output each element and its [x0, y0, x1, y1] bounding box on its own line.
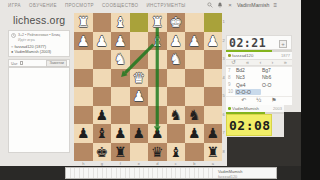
move-black-O-O[interactable]: O-O: [261, 82, 287, 88]
game-status: Идёт игра: [18, 38, 60, 43]
square-e3[interactable]: [130, 50, 149, 69]
piece-wR-d1: ♜: [151, 13, 164, 32]
square-c7[interactable]: [167, 124, 186, 143]
piece-bP-h7: ♟: [77, 124, 90, 143]
square-e4[interactable]: ♛: [130, 69, 149, 88]
square-c1[interactable]: ♚: [167, 13, 186, 32]
square-b6[interactable]: ♞: [185, 106, 204, 125]
square-g6[interactable]: ♟: [93, 106, 112, 125]
move-white-Nc3[interactable]: Nc3: [235, 74, 261, 80]
move-black-Bg7[interactable]: Bg7: [261, 67, 287, 73]
square-b5[interactable]: [185, 87, 204, 106]
piece-bN-c6: ♞: [169, 106, 182, 125]
square-d8[interactable]: ♛: [148, 143, 167, 162]
square-c4[interactable]: [167, 69, 186, 88]
top-player-row: farzzad120 1877: [226, 52, 292, 59]
square-e2[interactable]: [130, 32, 149, 51]
square-f3[interactable]: ♞: [111, 50, 130, 69]
dark-region: [227, 137, 301, 167]
square-h6[interactable]: [74, 106, 93, 125]
piece-wP-c2: ♟: [169, 32, 182, 51]
piece-bP-f7: ♟: [114, 124, 127, 143]
square-g1[interactable]: [93, 13, 112, 32]
square-c2[interactable]: ♟: [167, 32, 186, 51]
header-username[interactable]: VadimMamish: [237, 2, 269, 8]
chat-body[interactable]: [8, 67, 70, 153]
move-list-controls: ↺ « ‹ › »: [226, 59, 292, 66]
move-row-9: 9Qe4O-O: [226, 81, 292, 88]
move-row-8: 8Nc3Nb6: [226, 74, 292, 81]
piece-bK-g8: ♚: [95, 143, 108, 162]
chess-board: ♜♝♜♚♟♟♟♝♟♟♟♞♞♛♟♟♞♞♟♝♟♟♟♟♟♚♜♛♝♜: [74, 13, 222, 161]
move-number: 10: [226, 89, 235, 94]
bottom-player-name[interactable]: VadimMamish: [232, 106, 259, 111]
piece-bB-g7: ♝: [95, 124, 108, 143]
chat-header: Чат Заметки: [8, 59, 70, 67]
piece-bP-a7: ♟: [206, 124, 219, 143]
piece-bP-d7: ♟: [151, 124, 164, 143]
square-h3[interactable]: [74, 50, 93, 69]
square-g7[interactable]: ♝: [93, 124, 112, 143]
square-e1[interactable]: [130, 13, 149, 32]
dark-region: [284, 112, 301, 137]
piece-bR-f8: ♜: [114, 143, 127, 162]
nav-watch[interactable]: ПРОСМОТР: [65, 3, 94, 8]
bell-icon[interactable]: [217, 2, 223, 8]
move-number: 8: [226, 75, 235, 80]
lichess-logo[interactable]: lichess.org: [13, 14, 65, 26]
black-player-line[interactable]: ● VadimMamish (2003): [11, 49, 67, 55]
square-e5[interactable]: ♟: [130, 87, 149, 106]
square-b7[interactable]: ♟: [185, 124, 204, 143]
bottom-player-clock-active: 02:08: [226, 114, 272, 136]
top-player-clock: 02:21 +: [226, 35, 292, 50]
square-f4[interactable]: [111, 69, 130, 88]
challenge-icon[interactable]: ×: [227, 2, 233, 8]
game-info-box: 3+2 • Рейтинговая • Блиц Идёт игра ○ far…: [8, 30, 70, 57]
square-b2[interactable]: ♟: [185, 32, 204, 51]
piece-wB-f1: ♝: [114, 13, 127, 32]
nav-play[interactable]: ИГРА: [8, 3, 21, 8]
square-g5[interactable]: [93, 87, 112, 106]
square-h7[interactable]: ♟: [74, 124, 93, 143]
resign-flag-icon[interactable]: ⚑: [271, 96, 276, 105]
piece-wN-f3: ♞: [114, 50, 127, 69]
square-a2[interactable]: ♟: [204, 32, 223, 51]
square-f1[interactable]: ♝: [111, 13, 130, 32]
rank-label-1: 1: [223, 13, 227, 32]
piece-wP-e5: ♟: [132, 87, 145, 106]
piece-wP-g2: ♟: [95, 32, 108, 51]
piece-wP-a2: ♟: [206, 32, 219, 51]
next-move-icon[interactable]: ›: [272, 59, 274, 66]
bottom-player-rating: 2003: [273, 106, 282, 111]
piece-bN-b6: ♞: [188, 106, 201, 125]
square-c3[interactable]: ♞: [167, 50, 186, 69]
square-b1[interactable]: [185, 13, 204, 32]
piece-wP-b2: ♟: [188, 32, 201, 51]
piece-bB-c8: ♝: [169, 143, 182, 162]
square-a1[interactable]: [204, 13, 223, 32]
square-e6[interactable]: [130, 106, 149, 125]
square-b4[interactable]: [185, 69, 204, 88]
rank-label-8: 8: [223, 143, 227, 162]
square-a5[interactable]: [204, 87, 223, 106]
crosstable-results[interactable]: [66, 168, 216, 178]
square-c6[interactable]: ♞: [167, 106, 186, 125]
piece-bP-g6: ♟: [95, 106, 108, 125]
square-c5[interactable]: [167, 87, 186, 106]
takeback-icon[interactable]: ↶: [241, 96, 246, 105]
last-move-icon[interactable]: »: [284, 59, 287, 66]
square-e8[interactable]: [130, 143, 149, 162]
prev-move-icon[interactable]: ‹: [259, 59, 261, 66]
bottom-clock-time: 02:08: [227, 115, 271, 136]
time-control-label: 3+2 • Рейтинговая • Блиц: [18, 33, 60, 38]
square-d7[interactable]: ♟: [148, 124, 167, 143]
move-row-10: 10O-O-O: [226, 88, 292, 95]
piece-bR-a8: ♜: [206, 143, 219, 162]
piece-wK-c1: ♚: [169, 13, 182, 32]
piece-bP-e7: ♟: [132, 124, 145, 143]
chat-label: Чат: [11, 61, 18, 66]
piece-wP-f2: ♟: [114, 32, 127, 51]
menu-icon[interactable]: ≡: [273, 2, 277, 8]
nav-community[interactable]: СООБЩЕСТВО: [102, 3, 139, 8]
square-g2[interactable]: ♟: [93, 32, 112, 51]
top-player-rating: 1877: [281, 53, 290, 58]
square-g4[interactable]: [93, 69, 112, 88]
move-number: 9: [226, 82, 235, 87]
square-d3[interactable]: [148, 50, 167, 69]
square-d2[interactable]: ♝: [148, 32, 167, 51]
nav-learn[interactable]: ОБУЧЕНИЕ: [29, 3, 57, 8]
move-black-Nb6[interactable]: Nb6: [261, 74, 287, 80]
blitz-clock-icon: [11, 33, 16, 38]
square-f7[interactable]: ♟: [111, 124, 130, 143]
square-g3[interactable]: [93, 50, 112, 69]
top-player-name[interactable]: farzzad120: [232, 53, 253, 58]
move-white-Qe4[interactable]: Qe4: [235, 82, 261, 88]
square-c8[interactable]: ♝: [167, 143, 186, 162]
square-a7[interactable]: ♟: [204, 124, 223, 143]
crosstable: VadimMamish farzzad120: [65, 167, 277, 179]
piece-wR-h1: ♜: [77, 13, 90, 32]
square-d4[interactable]: [148, 69, 167, 88]
square-h2[interactable]: ♟: [74, 32, 93, 51]
first-move-icon[interactable]: «: [246, 59, 249, 66]
square-a6[interactable]: [204, 106, 223, 125]
crosstable-player-2[interactable]: farzzad120: [218, 174, 274, 179]
square-b8[interactable]: [185, 143, 204, 162]
move-number: 7: [226, 68, 235, 73]
move-white-Bd2[interactable]: Bd2: [235, 67, 261, 73]
bottom-player-row: VadimMamish 2003: [226, 105, 284, 112]
flip-board-icon[interactable]: ↺: [231, 59, 236, 66]
square-h1[interactable]: ♜: [74, 13, 93, 32]
header-right: × VadimMamish ≡: [207, 2, 277, 8]
search-icon[interactable]: [207, 2, 213, 8]
piece-bQ-d8: ♛: [151, 143, 164, 162]
square-f5[interactable]: [111, 87, 130, 106]
square-h4[interactable]: [74, 69, 93, 88]
piece-wN-c3: ♞: [169, 50, 182, 69]
square-d5[interactable]: [148, 87, 167, 106]
dark-region: [301, 0, 320, 180]
piece-wP-h2: ♟: [77, 32, 90, 51]
piece-bP-b7: ♟: [188, 124, 201, 143]
give-time-button[interactable]: +: [279, 40, 287, 48]
piece-wQ-e4: ♛: [132, 69, 145, 88]
square-g8[interactable]: ♚: [93, 143, 112, 162]
move-row-7: 7Bd2Bg7: [226, 67, 292, 74]
square-d1[interactable]: ♜: [148, 13, 167, 32]
square-e7[interactable]: ♟: [130, 124, 149, 143]
piece-wB-d2: ♝: [151, 32, 164, 51]
square-f2[interactable]: ♟: [111, 32, 130, 51]
square-a4[interactable]: [204, 69, 223, 88]
square-a8[interactable]: ♜: [204, 143, 223, 162]
online-dot-icon: [228, 107, 231, 110]
game-action-buttons: ↶ ½ ⚑: [226, 96, 292, 105]
move-list: 7Bd2Bg78Nc3Nb69Qe4O-O10O-O-O: [226, 67, 292, 96]
chat-toggle-checkbox[interactable]: [20, 61, 24, 65]
square-h5[interactable]: [74, 87, 93, 106]
square-f6[interactable]: [111, 106, 130, 125]
nav-tools[interactable]: ИНСТРУМЕНТЫ: [146, 3, 185, 8]
draw-offer-icon[interactable]: ½: [256, 96, 261, 105]
online-dot-icon: [228, 54, 231, 57]
square-d6[interactable]: [148, 106, 167, 125]
notes-tab[interactable]: Заметки: [46, 60, 67, 67]
square-f8[interactable]: ♜: [111, 143, 130, 162]
square-h8[interactable]: [74, 143, 93, 162]
square-a3[interactable]: [204, 50, 223, 69]
top-nav: ИГРА ОБУЧЕНИЕ ПРОСМОТР СООБЩЕСТВО ИНСТРУ…: [8, 3, 186, 8]
square-b3[interactable]: [185, 50, 204, 69]
move-white-O-O-O[interactable]: O-O-O: [235, 89, 261, 95]
